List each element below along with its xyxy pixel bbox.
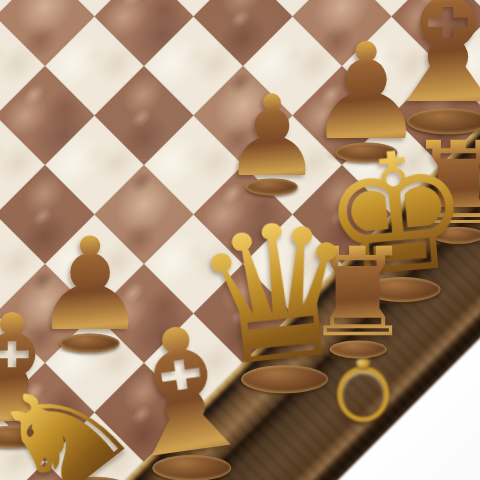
piece-pawn-f3: ♟ <box>222 80 322 192</box>
pawn-glyph: ♟ <box>222 80 322 192</box>
knight-glyph: ♞ <box>0 338 157 480</box>
product-photo: ♞♝♛♜♚♜♝♝♟♟♟ <box>0 0 480 480</box>
piece-knight-b1: ♞ <box>30 351 159 480</box>
